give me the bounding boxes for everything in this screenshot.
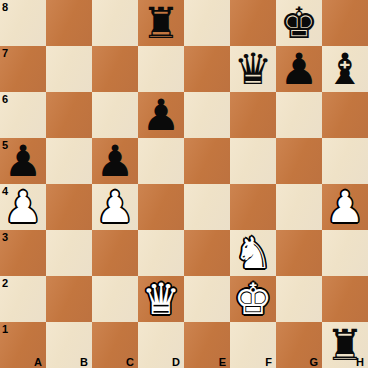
square-e3[interactable]	[184, 230, 230, 276]
white-king-f2[interactable]: ♚	[234, 276, 273, 322]
file-label-c: C	[126, 356, 134, 368]
white-pawn-h4[interactable]: ♟	[326, 184, 365, 230]
square-c8[interactable]	[92, 0, 138, 46]
square-a8[interactable]: 8	[0, 0, 46, 46]
white-pawn-a4[interactable]: ♟	[4, 184, 43, 230]
square-f6[interactable]	[230, 92, 276, 138]
square-c6[interactable]	[92, 92, 138, 138]
rank-label-1: 1	[2, 323, 8, 335]
square-e5[interactable]	[184, 138, 230, 184]
black-pawn-c5[interactable]: ♟	[96, 138, 135, 184]
square-b6[interactable]	[46, 92, 92, 138]
square-b7[interactable]	[46, 46, 92, 92]
black-queen-f7[interactable]: ♛	[234, 46, 273, 92]
square-a7[interactable]: 7	[0, 46, 46, 92]
square-b8[interactable]	[46, 0, 92, 46]
square-h7[interactable]: ♝	[322, 46, 368, 92]
square-g6[interactable]	[276, 92, 322, 138]
square-a2[interactable]: 2	[0, 276, 46, 322]
chess-app: 8♜♚7♛♟♝6♟5♟♟4♟♟♟3♞2♛♚1ABCDEFGH♜	[0, 0, 368, 368]
square-c1[interactable]: C	[92, 322, 138, 368]
file-label-f: F	[265, 356, 272, 368]
rank-label-8: 8	[2, 1, 8, 13]
square-f5[interactable]	[230, 138, 276, 184]
square-b1[interactable]: B	[46, 322, 92, 368]
square-e4[interactable]	[184, 184, 230, 230]
black-pawn-a5[interactable]: ♟	[4, 138, 43, 184]
square-a1[interactable]: 1A	[0, 322, 46, 368]
white-knight-f3[interactable]: ♞	[234, 230, 273, 276]
square-d5[interactable]	[138, 138, 184, 184]
square-h3[interactable]	[322, 230, 368, 276]
square-d1[interactable]: D	[138, 322, 184, 368]
square-a4[interactable]: 4♟	[0, 184, 46, 230]
square-h2[interactable]	[322, 276, 368, 322]
square-c5[interactable]: ♟	[92, 138, 138, 184]
white-pawn-c4[interactable]: ♟	[96, 184, 135, 230]
square-d2[interactable]: ♛	[138, 276, 184, 322]
square-c4[interactable]: ♟	[92, 184, 138, 230]
square-c2[interactable]	[92, 276, 138, 322]
square-b2[interactable]	[46, 276, 92, 322]
square-f1[interactable]: F	[230, 322, 276, 368]
file-label-e: E	[219, 356, 226, 368]
black-rook-h1[interactable]: ♜	[326, 322, 365, 368]
rank-label-2: 2	[2, 277, 8, 289]
square-a5[interactable]: 5♟	[0, 138, 46, 184]
square-f4[interactable]	[230, 184, 276, 230]
square-d6[interactable]: ♟	[138, 92, 184, 138]
rank-label-7: 7	[2, 47, 8, 59]
square-g8[interactable]: ♚	[276, 0, 322, 46]
square-e1[interactable]: E	[184, 322, 230, 368]
square-f7[interactable]: ♛	[230, 46, 276, 92]
black-bishop-h7[interactable]: ♝	[326, 46, 365, 92]
square-c7[interactable]	[92, 46, 138, 92]
square-e6[interactable]	[184, 92, 230, 138]
square-d8[interactable]: ♜	[138, 0, 184, 46]
square-a6[interactable]: 6	[0, 92, 46, 138]
square-e7[interactable]	[184, 46, 230, 92]
square-d4[interactable]	[138, 184, 184, 230]
square-g5[interactable]	[276, 138, 322, 184]
square-a3[interactable]: 3	[0, 230, 46, 276]
square-d7[interactable]	[138, 46, 184, 92]
square-b4[interactable]	[46, 184, 92, 230]
square-d3[interactable]	[138, 230, 184, 276]
square-g4[interactable]	[276, 184, 322, 230]
square-h5[interactable]	[322, 138, 368, 184]
square-h4[interactable]: ♟	[322, 184, 368, 230]
black-king-g8[interactable]: ♚	[280, 0, 319, 46]
square-g7[interactable]: ♟	[276, 46, 322, 92]
file-label-g: G	[309, 356, 318, 368]
black-pawn-g7[interactable]: ♟	[280, 46, 319, 92]
square-h1[interactable]: H♜	[322, 322, 368, 368]
file-label-b: B	[80, 356, 88, 368]
file-label-d: D	[172, 356, 180, 368]
rank-label-3: 3	[2, 231, 8, 243]
chess-board: 8♜♚7♛♟♝6♟5♟♟4♟♟♟3♞2♛♚1ABCDEFGH♜	[0, 0, 368, 368]
square-e2[interactable]	[184, 276, 230, 322]
rank-label-6: 6	[2, 93, 8, 105]
square-b3[interactable]	[46, 230, 92, 276]
black-pawn-d6[interactable]: ♟	[142, 92, 181, 138]
white-queen-d2[interactable]: ♛	[142, 276, 181, 322]
square-e8[interactable]	[184, 0, 230, 46]
file-label-a: A	[34, 356, 42, 368]
black-rook-d8[interactable]: ♜	[142, 0, 181, 46]
square-g1[interactable]: G	[276, 322, 322, 368]
square-c3[interactable]	[92, 230, 138, 276]
square-b5[interactable]	[46, 138, 92, 184]
square-f8[interactable]	[230, 0, 276, 46]
square-g2[interactable]	[276, 276, 322, 322]
square-h6[interactable]	[322, 92, 368, 138]
square-f3[interactable]: ♞	[230, 230, 276, 276]
square-f2[interactable]: ♚	[230, 276, 276, 322]
square-h8[interactable]	[322, 0, 368, 46]
square-g3[interactable]	[276, 230, 322, 276]
